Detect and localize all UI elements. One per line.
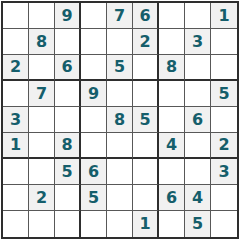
cell-r1c6[interactable]: 6 — [133, 3, 159, 29]
cell-r3c2[interactable] — [29, 55, 55, 81]
cell-r7c2[interactable] — [29, 159, 55, 185]
cell-r4c5[interactable] — [107, 81, 133, 107]
cell-r8c3[interactable] — [55, 185, 81, 211]
cell-r3c6[interactable] — [133, 55, 159, 81]
cell-r2c2[interactable]: 8 — [29, 29, 55, 55]
cell-r4c1[interactable] — [3, 81, 29, 107]
cell-r7c9[interactable]: 3 — [211, 159, 237, 185]
cell-r7c1[interactable] — [3, 159, 29, 185]
cell-r2c8[interactable]: 3 — [185, 29, 211, 55]
cell-r3c5[interactable]: 5 — [107, 55, 133, 81]
cell-r5c3[interactable] — [55, 107, 81, 133]
cell-r3c4[interactable] — [81, 55, 107, 81]
sudoku-page: 9761823265879538561842563256415 — [0, 0, 240, 239]
cell-r6c5[interactable] — [107, 133, 133, 159]
cell-r6c9[interactable]: 2 — [211, 133, 237, 159]
cell-r8c2[interactable]: 2 — [29, 185, 55, 211]
cell-r6c4[interactable] — [81, 133, 107, 159]
cell-r1c7[interactable] — [159, 3, 185, 29]
cell-r9c8[interactable]: 5 — [185, 211, 211, 237]
cell-r8c9[interactable] — [211, 185, 237, 211]
cell-r9c5[interactable] — [107, 211, 133, 237]
cell-r1c4[interactable] — [81, 3, 107, 29]
cell-r4c9[interactable]: 5 — [211, 81, 237, 107]
cell-r1c5[interactable]: 7 — [107, 3, 133, 29]
cell-r9c1[interactable] — [3, 211, 29, 237]
cell-r2c5[interactable] — [107, 29, 133, 55]
cell-r4c4[interactable]: 9 — [81, 81, 107, 107]
cell-r2c7[interactable] — [159, 29, 185, 55]
cell-r2c3[interactable] — [55, 29, 81, 55]
cell-r5c5[interactable]: 8 — [107, 107, 133, 133]
cell-r9c4[interactable] — [81, 211, 107, 237]
cell-r8c5[interactable] — [107, 185, 133, 211]
cell-r1c2[interactable] — [29, 3, 55, 29]
cell-r7c4[interactable]: 6 — [81, 159, 107, 185]
cell-r2c1[interactable] — [3, 29, 29, 55]
cell-r3c9[interactable] — [211, 55, 237, 81]
cell-r2c9[interactable] — [211, 29, 237, 55]
cell-r2c6[interactable]: 2 — [133, 29, 159, 55]
cell-r6c7[interactable]: 4 — [159, 133, 185, 159]
cell-r7c7[interactable] — [159, 159, 185, 185]
cell-r3c8[interactable] — [185, 55, 211, 81]
cell-r3c7[interactable]: 8 — [159, 55, 185, 81]
cell-r1c8[interactable] — [185, 3, 211, 29]
cell-r9c9[interactable] — [211, 211, 237, 237]
cell-r5c8[interactable]: 6 — [185, 107, 211, 133]
cell-r8c7[interactable]: 6 — [159, 185, 185, 211]
cell-r6c1[interactable]: 1 — [3, 133, 29, 159]
cell-r9c7[interactable] — [159, 211, 185, 237]
cell-r4c8[interactable] — [185, 81, 211, 107]
cell-r5c6[interactable]: 5 — [133, 107, 159, 133]
cell-r8c4[interactable]: 5 — [81, 185, 107, 211]
cell-r6c3[interactable]: 8 — [55, 133, 81, 159]
cell-r1c9[interactable]: 1 — [211, 3, 237, 29]
cell-r5c9[interactable] — [211, 107, 237, 133]
cell-r9c6[interactable]: 1 — [133, 211, 159, 237]
cell-r5c1[interactable]: 3 — [3, 107, 29, 133]
sudoku-board: 9761823265879538561842563256415 — [1, 1, 239, 239]
cell-r1c3[interactable]: 9 — [55, 3, 81, 29]
cell-r7c5[interactable] — [107, 159, 133, 185]
cell-r8c6[interactable] — [133, 185, 159, 211]
cell-r9c3[interactable] — [55, 211, 81, 237]
cell-r1c1[interactable] — [3, 3, 29, 29]
cell-r4c6[interactable] — [133, 81, 159, 107]
cell-r8c8[interactable]: 4 — [185, 185, 211, 211]
cell-r7c3[interactable]: 5 — [55, 159, 81, 185]
cell-r7c8[interactable] — [185, 159, 211, 185]
cell-r5c2[interactable] — [29, 107, 55, 133]
cell-r2c4[interactable] — [81, 29, 107, 55]
cell-r6c8[interactable] — [185, 133, 211, 159]
cell-r3c3[interactable]: 6 — [55, 55, 81, 81]
cell-r8c1[interactable] — [3, 185, 29, 211]
cell-r6c6[interactable] — [133, 133, 159, 159]
cell-r4c7[interactable] — [159, 81, 185, 107]
cell-r4c2[interactable]: 7 — [29, 81, 55, 107]
cell-r5c7[interactable] — [159, 107, 185, 133]
cell-r6c2[interactable] — [29, 133, 55, 159]
cell-r3c1[interactable]: 2 — [3, 55, 29, 81]
cell-r5c4[interactable] — [81, 107, 107, 133]
cell-r9c2[interactable] — [29, 211, 55, 237]
cell-r4c3[interactable] — [55, 81, 81, 107]
cell-r7c6[interactable] — [133, 159, 159, 185]
